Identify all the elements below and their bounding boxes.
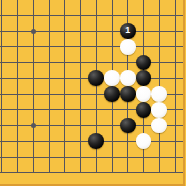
- white-stone: [136, 133, 152, 149]
- white-stone: [151, 102, 167, 118]
- board-right-edge-shade: [183, 0, 186, 186]
- grid-vertical-line: [175, 0, 176, 173]
- white-stone: [120, 39, 136, 55]
- board-bottom-edge-shade: [0, 184, 185, 186]
- black-stone: [120, 118, 136, 134]
- black-stone: [136, 55, 152, 71]
- grid-horizontal-line: [0, 157, 183, 158]
- white-stone: [104, 70, 120, 86]
- grid-vertical-line: [33, 0, 34, 173]
- black-stone: [136, 70, 152, 86]
- black-stone: [120, 86, 136, 102]
- white-stone: [151, 118, 167, 134]
- go-board[interactable]: 1: [0, 0, 185, 186]
- black-stone: [88, 70, 104, 86]
- grid-horizontal-line: [0, 46, 183, 47]
- grid-horizontal-line: [0, 15, 183, 16]
- grid-vertical-line: [17, 0, 18, 173]
- move-number-label: 1: [125, 26, 130, 35]
- black-stone: [104, 86, 120, 102]
- grid-horizontal-line: [0, 31, 183, 32]
- grid-vertical-line: [64, 0, 65, 173]
- star-point: [31, 29, 36, 34]
- white-stone: [120, 70, 136, 86]
- grid-vertical-line: [49, 0, 50, 173]
- black-stone: [88, 133, 104, 149]
- grid-horizontal-line: [0, 172, 183, 173]
- white-stone: [151, 86, 167, 102]
- black-stone: [136, 102, 152, 118]
- grid-vertical-line: [80, 0, 81, 173]
- black-stone: 1: [120, 23, 136, 39]
- grid-vertical-line: [1, 0, 2, 173]
- grid-horizontal-line: [0, 62, 183, 63]
- star-point: [31, 123, 36, 128]
- white-stone: [136, 86, 152, 102]
